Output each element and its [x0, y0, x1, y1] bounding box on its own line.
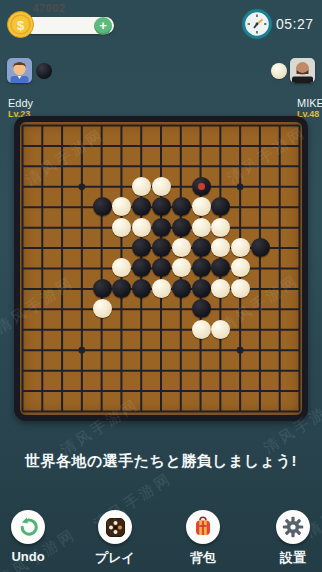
black-stone [172, 218, 191, 237]
white-stone [112, 197, 131, 216]
stones-layer [13, 115, 310, 421]
mini-board-icon [105, 517, 126, 538]
white-stone [231, 279, 250, 298]
white-stone [132, 177, 151, 196]
nav-play-label: プレイ [83, 549, 147, 567]
nav-play-button[interactable]: プレイ [83, 510, 147, 567]
add-coins-button[interactable]: + [94, 17, 112, 35]
app-screen: 47002 + $ 05:27 Eddy Lv.23 MIKE Lv.48 [0, 0, 322, 572]
white-stone [211, 238, 230, 257]
black-stone [211, 197, 230, 216]
black-stone [112, 279, 131, 298]
nav-undo-button[interactable]: Undo [0, 510, 60, 564]
black-stone [132, 279, 151, 298]
backpack-button-circle[interactable] [186, 510, 220, 544]
white-stone [211, 279, 230, 298]
black-stone [192, 238, 211, 257]
coin-icon: $ [7, 11, 34, 38]
undo-arrow-icon [18, 517, 38, 537]
nav-backpack-label: 背包 [171, 549, 235, 567]
undo-button-circle[interactable] [11, 510, 45, 544]
timer-text: 05:27 [276, 16, 320, 32]
white-stone [192, 320, 211, 339]
black-stone [192, 258, 211, 277]
white-stone [231, 238, 250, 257]
player-right-avatar [290, 58, 315, 83]
nav-undo-label: Undo [0, 549, 60, 564]
black-stone [93, 279, 112, 298]
white-stone [152, 279, 171, 298]
black-stone [172, 197, 191, 216]
svg-text:$: $ [17, 18, 25, 33]
white-stone [172, 238, 191, 257]
player-right-stone-white [271, 63, 287, 79]
black-stone [152, 197, 171, 216]
player-right-name: MIKE [297, 97, 322, 109]
white-stone [112, 218, 131, 237]
black-stone [152, 258, 171, 277]
nav-backpack-button[interactable]: 背包 [171, 510, 235, 567]
black-stone [132, 238, 151, 257]
play-button-circle[interactable] [98, 510, 132, 544]
nav-settings-label: 設置 [261, 549, 322, 567]
gear-icon [282, 516, 304, 538]
settings-button-circle[interactable] [276, 510, 310, 544]
player-left-name: Eddy [8, 97, 33, 109]
white-stone [211, 320, 230, 339]
last-move-marker [198, 183, 205, 190]
white-stone [231, 258, 250, 277]
white-stone [112, 258, 131, 277]
white-stone [152, 177, 171, 196]
black-stone [152, 238, 171, 257]
nav-settings-button[interactable]: 設置 [261, 510, 322, 567]
gomoku-board[interactable] [14, 116, 308, 421]
white-stone [192, 218, 211, 237]
white-stone [93, 299, 112, 318]
clock-icon [242, 9, 272, 39]
black-stone [211, 258, 230, 277]
black-stone [132, 258, 151, 277]
black-stone [192, 177, 211, 196]
black-stone [132, 197, 151, 216]
black-stone [93, 197, 112, 216]
white-stone [172, 258, 191, 277]
white-stone [211, 218, 230, 237]
backpack-icon [192, 516, 214, 538]
black-stone [192, 279, 211, 298]
black-stone [192, 299, 211, 318]
black-stone [152, 218, 171, 237]
lobby-message: 世界各地の選手たちと勝負しましょう! [0, 452, 322, 471]
white-stone [132, 218, 151, 237]
player-left-stone-black [36, 63, 52, 79]
white-stone [192, 197, 211, 216]
black-stone [251, 238, 270, 257]
black-stone [172, 279, 191, 298]
player-left-avatar [7, 58, 32, 83]
board-wood-surface [20, 122, 302, 415]
